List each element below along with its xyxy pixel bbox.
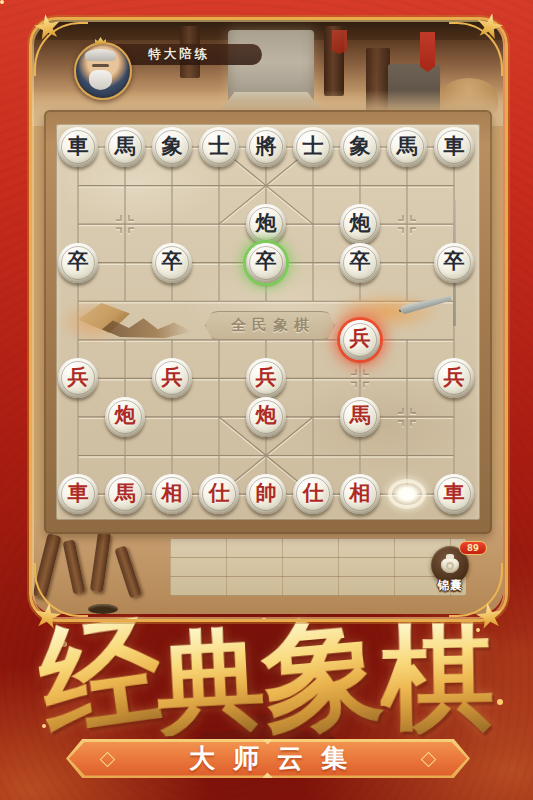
piece-character: 仕 (209, 483, 230, 504)
move-origin-marker (392, 483, 422, 505)
avatar[interactable] (74, 42, 132, 100)
pagoda-top-roof (242, 714, 290, 726)
xiangqi-piece-black[interactable]: 炮 (340, 204, 380, 244)
piece-character: 馬 (115, 136, 136, 157)
piece-character: 士 (303, 136, 324, 157)
game-viewport: 全民象棋 車馬象士將士象馬車炮炮卒卒卒卒卒兵兵兵兵兵炮炮馬車馬相仕帥仕相車 特大… (32, 20, 503, 614)
piece-character: 士 (209, 136, 230, 157)
xiangqi-piece-black[interactable]: 象 (152, 127, 192, 167)
money-bag-icon (441, 558, 459, 573)
piece-character: 車 (444, 136, 465, 157)
piece-character: 卒 (256, 251, 277, 272)
xiangqi-piece-black[interactable]: 卒 (340, 243, 380, 283)
piece-character: 馬 (115, 483, 136, 504)
xiangqi-piece-red[interactable]: 炮 (246, 397, 286, 437)
piece-character: 卒 (444, 251, 465, 272)
pouch-count-badge: 89 (459, 541, 487, 555)
pouch-count: 89 (467, 544, 479, 553)
xiangqi-piece-red[interactable]: 車 (58, 474, 98, 514)
xiangqi-piece-black[interactable]: 卒 (58, 243, 98, 283)
xiangqi-piece-red[interactable]: 兵 (340, 320, 380, 360)
xiangqi-piece-black[interactable]: 卒 (246, 243, 286, 283)
player-name-label: 特大陪练 (148, 46, 210, 63)
piece-character: 兵 (444, 367, 465, 388)
xiangqi-piece-red[interactable]: 炮 (105, 397, 145, 437)
piece-character: 車 (444, 483, 465, 504)
piece-character: 炮 (256, 405, 277, 426)
subtitle-banner-fill: 大师云集 (69, 742, 467, 776)
xiangqi-piece-black[interactable]: 卒 (152, 243, 192, 283)
river-plaque: 全民象棋 (205, 311, 335, 340)
piece-character: 卒 (350, 251, 371, 272)
piece-character: 炮 (256, 213, 277, 234)
avatar-eyes (92, 64, 109, 67)
piece-character: 帥 (256, 483, 277, 504)
xiangqi-piece-black[interactable]: 馬 (105, 127, 145, 167)
piece-character: 相 (350, 483, 371, 504)
xiangqi-piece-black[interactable]: 車 (58, 127, 98, 167)
piece-character: 車 (68, 483, 89, 504)
piece-character: 象 (162, 136, 183, 157)
gold-sparkles (0, 0, 4, 4)
xiangqi-piece-black[interactable]: 炮 (246, 204, 286, 244)
avatar-beard (89, 70, 112, 90)
subtitle-banner: 大师云集 (66, 739, 470, 778)
piece-character: 兵 (350, 328, 371, 349)
xiangqi-piece-black[interactable]: 士 (199, 127, 239, 167)
pouch-label: 锦囊 (424, 578, 476, 593)
xiangqi-piece-black[interactable]: 馬 (387, 127, 427, 167)
subtitle-text: 大师云集 (189, 741, 365, 776)
title-char: 棋 (379, 619, 495, 735)
piece-character: 炮 (350, 213, 371, 234)
xiangqi-piece-red[interactable]: 馬 (105, 474, 145, 514)
xiangqi-piece-black[interactable]: 象 (340, 127, 380, 167)
xiangqi-piece-black[interactable]: 車 (434, 127, 474, 167)
title-char: 经 (32, 608, 168, 744)
piece-character: 仕 (303, 483, 324, 504)
xiangqi-piece-red[interactable]: 相 (152, 474, 192, 514)
pagoda-main-roof (196, 726, 336, 740)
xiangqi-piece-red[interactable]: 相 (340, 474, 380, 514)
xiangqi-piece-red[interactable]: 仕 (293, 474, 333, 514)
piece-character: 相 (162, 483, 183, 504)
xiangqi-piece-red[interactable]: 馬 (340, 397, 380, 437)
piece-character: 卒 (162, 251, 183, 272)
piece-character: 兵 (256, 367, 277, 388)
river-plaque-text: 全民象棋 (231, 316, 315, 335)
xiangqi-piece-black[interactable]: 士 (293, 127, 333, 167)
xiangqi-piece-black[interactable]: 將 (246, 127, 286, 167)
piece-character: 兵 (162, 367, 183, 388)
piece-character: 馬 (397, 136, 418, 157)
xiangqi-piece-red[interactable]: 車 (434, 474, 474, 514)
piece-character: 馬 (350, 405, 371, 426)
xiangqi-piece-red[interactable]: 帥 (246, 474, 286, 514)
avatar-hair (85, 49, 116, 61)
piece-character: 兵 (68, 367, 89, 388)
xiangqi-piece-black[interactable]: 卒 (434, 243, 474, 283)
piece-character: 炮 (115, 405, 136, 426)
app-screen: 全民象棋 車馬象士將士象馬車炮炮卒卒卒卒卒兵兵兵兵兵炮炮馬車馬相仕帥仕相車 特大… (0, 0, 533, 800)
xiangqi-piece-red[interactable]: 仕 (199, 474, 239, 514)
piece-character: 卒 (68, 251, 89, 272)
piece-character: 象 (350, 136, 371, 157)
piece-character: 將 (256, 136, 277, 157)
piece-character: 車 (68, 136, 89, 157)
